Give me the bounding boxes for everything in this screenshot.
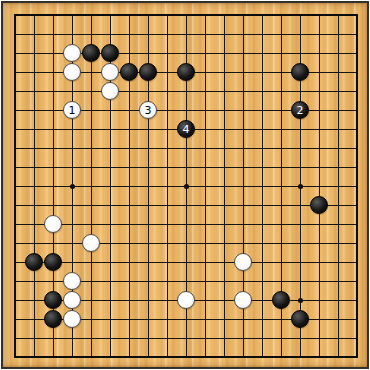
stone-black[interactable] bbox=[310, 196, 328, 214]
stone-white[interactable] bbox=[63, 272, 81, 290]
move-number: 4 bbox=[183, 123, 190, 134]
stone-black[interactable] bbox=[101, 44, 119, 62]
stone-black[interactable] bbox=[177, 63, 195, 81]
stone-white[interactable] bbox=[82, 234, 100, 252]
move-number: 2 bbox=[297, 104, 304, 115]
stone-black[interactable] bbox=[120, 63, 138, 81]
stone-black[interactable] bbox=[82, 44, 100, 62]
stone-white[interactable] bbox=[44, 215, 62, 233]
stone-white[interactable] bbox=[63, 44, 81, 62]
stone-white[interactable] bbox=[63, 63, 81, 81]
stone-white[interactable] bbox=[63, 310, 81, 328]
move-number: 1 bbox=[69, 104, 76, 115]
stone-black[interactable] bbox=[44, 291, 62, 309]
move-number: 3 bbox=[145, 104, 152, 115]
go-diagram: 1324 bbox=[0, 0, 370, 370]
stone-white[interactable] bbox=[177, 291, 195, 309]
stone-black-move-4[interactable]: 4 bbox=[177, 120, 195, 138]
stone-white-move-3[interactable]: 3 bbox=[139, 101, 157, 119]
stone-white[interactable] bbox=[234, 253, 252, 271]
stone-black[interactable] bbox=[44, 310, 62, 328]
stone-black[interactable] bbox=[291, 310, 309, 328]
stone-white[interactable] bbox=[101, 82, 119, 100]
stone-black-move-2[interactable]: 2 bbox=[291, 101, 309, 119]
stone-black[interactable] bbox=[25, 253, 43, 271]
go-board[interactable]: 1324 bbox=[6, 6, 367, 367]
stone-black[interactable] bbox=[272, 291, 290, 309]
stone-white[interactable] bbox=[234, 291, 252, 309]
stone-white[interactable] bbox=[63, 291, 81, 309]
stone-black[interactable] bbox=[291, 63, 309, 81]
stone-black[interactable] bbox=[44, 253, 62, 271]
stone-white[interactable] bbox=[101, 63, 119, 81]
stone-white-move-1[interactable]: 1 bbox=[63, 101, 81, 119]
stone-black[interactable] bbox=[139, 63, 157, 81]
